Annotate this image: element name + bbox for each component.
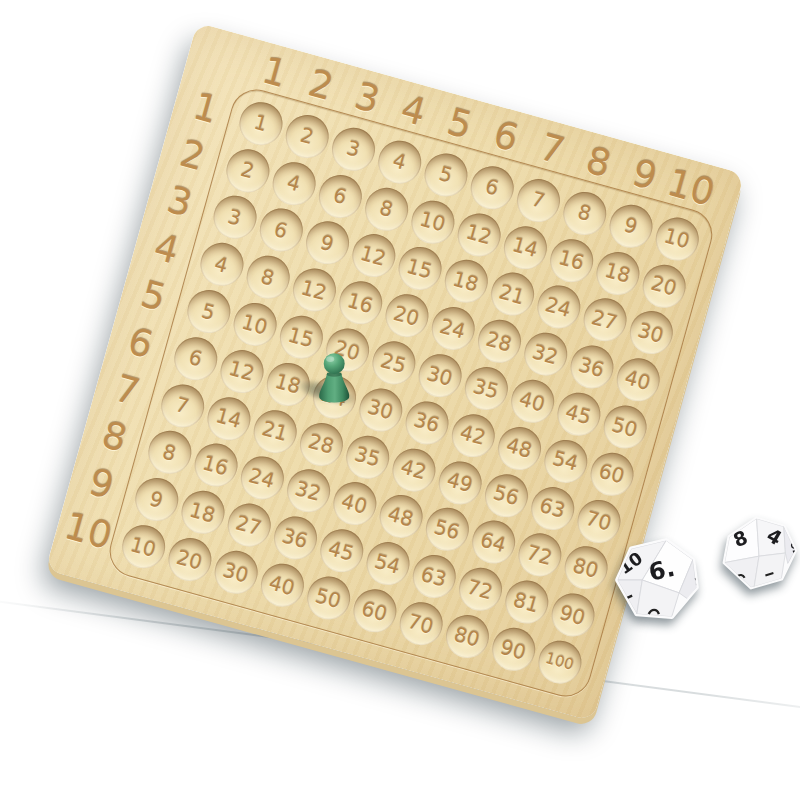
cell-hole: 90	[546, 589, 599, 642]
cell-number: 70	[406, 611, 436, 637]
peg-head-highlight	[326, 356, 334, 362]
cell-number: 28	[306, 431, 336, 457]
column-header-1: 1	[259, 51, 292, 93]
cell-number: 72	[524, 542, 554, 568]
cell-number: 8	[576, 202, 594, 225]
cell-number: 42	[458, 422, 488, 448]
die-face-bottom-right	[754, 553, 785, 587]
cell-number: 6	[272, 219, 290, 242]
cell-hole: 80	[559, 542, 612, 595]
d10-die-left[interactable]: 10 6. 4	[611, 534, 703, 626]
cell-number: 40	[267, 572, 297, 598]
row-header-7: 7	[111, 369, 144, 411]
cell-number: 54	[550, 448, 580, 474]
cell-number: 72	[465, 576, 495, 602]
cell-number: 4	[213, 253, 231, 276]
cell-number: 16	[201, 452, 231, 478]
scene: 12345678910 12345678910 1234567891024681…	[0, 0, 800, 800]
cell-number: 25	[378, 350, 408, 376]
cell-number: 42	[399, 457, 429, 483]
cell-number: 20	[174, 546, 204, 572]
cell-number: 50	[610, 414, 640, 440]
cell-number: 6	[187, 347, 205, 370]
cell-number: 60	[360, 598, 390, 624]
cell-number: 12	[227, 358, 257, 384]
cell-number: 7	[173, 394, 191, 417]
cell-number: 90	[558, 602, 588, 628]
cell-number: 2	[298, 125, 316, 148]
cell-number: 64	[478, 529, 508, 555]
cell-number: 45	[563, 401, 593, 427]
row-header-6: 6	[124, 322, 157, 364]
cell-number: 100	[544, 651, 576, 673]
cell-number: 20	[391, 303, 421, 329]
cell-number: 81	[511, 589, 541, 615]
cell-number: 80	[452, 623, 482, 649]
cell-number: 36	[577, 354, 607, 380]
cell-number: 63	[537, 495, 567, 521]
cell-number: 21	[260, 418, 290, 444]
cell-number: 7	[529, 189, 547, 212]
cell-number: 16	[345, 290, 375, 316]
cell-hole: 50	[598, 400, 651, 453]
cell-number: 5	[437, 163, 455, 186]
cell-number: 18	[451, 269, 481, 295]
row-header-2: 2	[176, 134, 209, 176]
green-peg[interactable]	[314, 351, 354, 403]
cell-number: 9	[622, 215, 640, 238]
cell-number: 12	[299, 277, 329, 303]
cell-number: 10	[418, 209, 448, 235]
cell-number: 9	[318, 232, 336, 255]
cell-number: 30	[365, 397, 395, 423]
column-header-5: 5	[444, 102, 477, 144]
cell-number: 32	[530, 341, 560, 367]
cell-number: 9	[147, 488, 165, 511]
cell-number: 24	[438, 316, 468, 342]
cell-number: 8	[377, 198, 395, 221]
cell-hole: 10	[650, 212, 703, 265]
cell-number: 3	[344, 138, 362, 161]
cell-number: 15	[405, 256, 435, 282]
cell-number: 12	[358, 243, 388, 269]
cell-number: 20	[649, 273, 679, 299]
cell-number: 40	[339, 491, 369, 517]
cell-number: 24	[543, 294, 573, 320]
cell-number: 10	[662, 226, 692, 252]
column-header-3: 3	[351, 77, 384, 119]
cell-number: 24	[247, 465, 277, 491]
column-header-7: 7	[536, 128, 569, 170]
d10-die-right[interactable]: 8 4 6.	[719, 512, 799, 594]
peg-body	[319, 373, 349, 403]
cell-number: 90	[498, 636, 528, 662]
cell-number: 3	[226, 206, 244, 229]
cell-number: 18	[188, 499, 218, 525]
cell-number: 30	[425, 363, 455, 389]
cell-number: 80	[571, 555, 601, 581]
cell-hole: 30	[624, 306, 677, 359]
cell-number: 27	[590, 307, 620, 333]
cell-number: 4	[285, 172, 303, 195]
cell-number: 48	[386, 504, 416, 530]
cell-number: 12	[464, 222, 494, 248]
cell-number: 32	[293, 478, 323, 504]
cell-number: 36	[280, 525, 310, 551]
row-header-8: 8	[98, 416, 131, 458]
cell-number: 49	[445, 469, 475, 495]
cell-number: 36	[412, 410, 442, 436]
column-header-6: 6	[490, 115, 523, 157]
cell-number: 1	[252, 112, 270, 135]
cell-number: 10	[240, 311, 270, 337]
cell-number: 30	[221, 559, 251, 585]
cell-number: 8	[160, 441, 178, 464]
cell-hole: 60	[585, 448, 638, 501]
cell-number: 16	[556, 247, 586, 273]
cell-number: 54	[373, 551, 403, 577]
column-header-4: 4	[397, 89, 430, 131]
cell-number: 35	[352, 444, 382, 470]
green-peg-figure	[314, 351, 354, 403]
row-header-1: 1	[189, 87, 222, 129]
cell-number: 6	[331, 185, 349, 208]
cell-number: 6	[483, 176, 501, 199]
cell-number: 8	[259, 266, 277, 289]
cell-number: 48	[504, 435, 534, 461]
cell-hole: 20	[637, 259, 690, 312]
cell-number: 63	[419, 564, 449, 590]
row-header-10: 10	[61, 507, 116, 555]
cell-number: 40	[623, 367, 653, 393]
peg-head	[324, 353, 345, 374]
cell-number: 35	[471, 375, 501, 401]
row-header-3: 3	[163, 181, 196, 223]
cell-number: 40	[517, 388, 547, 414]
cell-number: 10	[128, 534, 158, 560]
cell-number: 14	[510, 234, 540, 260]
cell-number: 45	[326, 538, 356, 564]
row-header-5: 5	[137, 275, 170, 317]
column-header-9: 9	[629, 154, 662, 196]
cell-number: 28	[484, 328, 514, 354]
cell-number: 15	[286, 324, 316, 350]
row-header-4: 4	[150, 228, 183, 270]
cell-number: 56	[491, 482, 521, 508]
cell-number: 60	[597, 461, 627, 487]
cell-number: 18	[603, 260, 633, 286]
cell-number: 2	[239, 159, 257, 182]
cell-number: 30	[636, 320, 666, 346]
cell-number: 5	[200, 300, 218, 323]
cell-hole: 40	[611, 353, 664, 406]
column-header-8: 8	[582, 141, 615, 183]
cell-number: 50	[313, 585, 343, 611]
row-header-9: 9	[85, 463, 118, 505]
cell-number: 21	[497, 281, 527, 307]
cell-number: 27	[234, 512, 264, 538]
cell-number: 70	[584, 508, 614, 534]
cell-number: 14	[214, 405, 244, 431]
cell-number: 4	[390, 151, 408, 174]
cell-number: 56	[432, 517, 462, 543]
column-header-2: 2	[305, 64, 338, 106]
cell-hole: 100	[533, 636, 586, 689]
